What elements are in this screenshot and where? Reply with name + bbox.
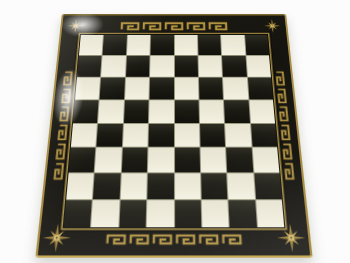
board-square[interactable] [198, 56, 222, 77]
board-square[interactable] [251, 123, 277, 147]
board-square[interactable] [75, 77, 100, 99]
board-square[interactable] [103, 35, 127, 55]
photo-scene [0, 0, 350, 263]
board-square[interactable] [249, 100, 275, 123]
sunburst-icon [40, 223, 73, 253]
board-square[interactable] [147, 174, 173, 200]
board-square[interactable] [147, 200, 174, 227]
greek-key-icon [120, 22, 141, 31]
greek-key-icon [129, 232, 150, 248]
board-square[interactable] [124, 100, 149, 123]
board-square[interactable] [175, 200, 202, 227]
board-square[interactable] [125, 77, 149, 99]
board-square[interactable] [91, 200, 119, 227]
greek-key-icon [61, 71, 75, 86]
board-square[interactable] [174, 77, 198, 99]
board-square[interactable] [120, 174, 147, 200]
greek-key-strip-bottom [105, 232, 243, 248]
greek-key-strip-top [120, 22, 228, 31]
board-square[interactable] [229, 200, 257, 227]
board-square[interactable] [77, 56, 102, 77]
sunburst-icon [263, 19, 282, 34]
greek-key-icon [280, 143, 295, 161]
board-square[interactable] [122, 148, 148, 173]
greek-key-icon [152, 232, 173, 248]
board-square[interactable] [174, 100, 198, 123]
greek-key-icon [275, 88, 289, 104]
board-square[interactable] [149, 123, 174, 147]
board-square[interactable] [226, 148, 253, 173]
sunburst-icon [66, 19, 85, 34]
board-square[interactable] [97, 123, 123, 147]
board-square[interactable] [98, 100, 123, 123]
board-square[interactable] [150, 56, 173, 77]
sunburst-icon [263, 19, 282, 34]
greek-key-icon [198, 232, 219, 248]
board-square[interactable] [222, 56, 246, 77]
board-square[interactable] [149, 100, 173, 123]
board-square[interactable] [151, 35, 174, 55]
board-square[interactable] [71, 123, 97, 147]
board-square[interactable] [245, 35, 269, 55]
greek-key-icon [164, 22, 184, 31]
board-square[interactable] [225, 123, 251, 147]
chess-board-squares [64, 35, 284, 227]
board-square[interactable] [199, 100, 224, 123]
sunburst-icon [275, 223, 308, 253]
board-square[interactable] [150, 77, 174, 99]
greek-key-icon [273, 71, 287, 86]
board-square[interactable] [93, 174, 120, 200]
board-square[interactable] [228, 174, 255, 200]
board-square[interactable] [246, 56, 271, 77]
board-square[interactable] [126, 56, 150, 77]
greek-key-icon [105, 232, 127, 248]
board-square[interactable] [79, 35, 103, 55]
greek-key-icon [276, 106, 290, 122]
board-square[interactable] [224, 100, 249, 123]
greek-key-icon [53, 143, 68, 161]
board-square[interactable] [100, 77, 125, 99]
board-square[interactable] [69, 148, 96, 173]
board-square[interactable] [199, 77, 223, 99]
board-square[interactable] [248, 77, 273, 99]
board-square[interactable] [73, 100, 99, 123]
sunburst-icon [66, 19, 85, 34]
board-square[interactable] [119, 200, 146, 227]
sunburst-icon [40, 223, 73, 253]
greek-key-icon [51, 162, 66, 180]
board-square[interactable] [175, 123, 200, 147]
sunburst-icon [275, 223, 308, 253]
greek-key-icon [57, 106, 71, 122]
greek-key-icon [59, 88, 73, 104]
board-square[interactable] [256, 200, 284, 227]
greek-key-icon [208, 22, 229, 31]
board-square[interactable] [200, 123, 225, 147]
board-square[interactable] [175, 174, 201, 200]
greek-key-icon [186, 22, 206, 31]
board-square[interactable] [127, 35, 150, 55]
board-square[interactable] [64, 200, 92, 227]
board-square[interactable] [202, 200, 229, 227]
board-square[interactable] [221, 35, 245, 55]
board-square[interactable] [174, 35, 197, 55]
board-square[interactable] [198, 35, 221, 55]
greek-key-icon [278, 124, 293, 141]
greek-key-icon [282, 162, 297, 180]
board-square[interactable] [201, 174, 228, 200]
board-square[interactable] [200, 148, 226, 173]
board-square[interactable] [252, 148, 279, 173]
board-square[interactable] [148, 148, 173, 173]
board-square[interactable] [101, 56, 125, 77]
chess-board [35, 14, 312, 258]
board-square[interactable] [123, 123, 148, 147]
greek-key-icon [55, 124, 70, 141]
greek-key-icon [175, 232, 196, 248]
board-square[interactable] [254, 174, 282, 200]
greek-key-icon [142, 22, 162, 31]
board-square[interactable] [66, 174, 94, 200]
board-square[interactable] [174, 56, 197, 77]
board-square[interactable] [175, 148, 200, 173]
board-square[interactable] [95, 148, 122, 173]
board-square[interactable] [223, 77, 248, 99]
greek-key-icon [221, 232, 243, 248]
